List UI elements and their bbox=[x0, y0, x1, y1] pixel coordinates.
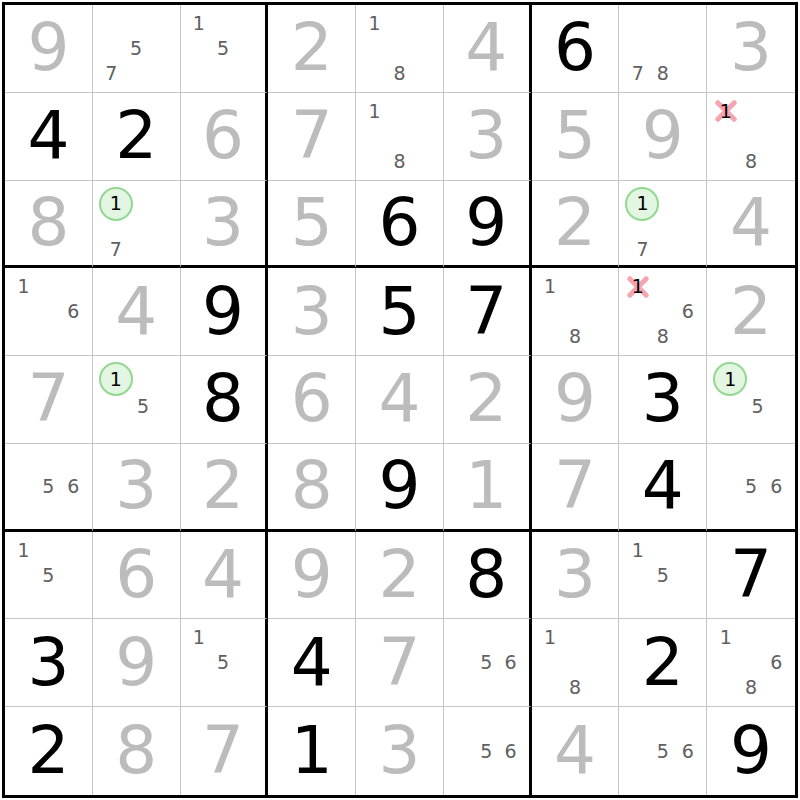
cell-r5c8[interactable]: 3 bbox=[619, 356, 707, 444]
cell-digit-black: 6 bbox=[532, 5, 619, 92]
candidate-digit: 6 bbox=[67, 477, 79, 496]
cell-r3c4[interactable]: 5 bbox=[268, 181, 356, 269]
candidate-digit: 6 bbox=[770, 477, 782, 496]
placement-circle-icon: 1 bbox=[99, 187, 133, 221]
cell-digit-black: 9 bbox=[707, 707, 795, 795]
candidate-digit: 1 bbox=[544, 277, 556, 296]
candidate-digit: 8 bbox=[657, 64, 669, 83]
candidate-digit: 5 bbox=[130, 39, 142, 58]
cell-r8c9[interactable]: 168 bbox=[707, 619, 795, 707]
candidate-5: 5 bbox=[124, 36, 149, 61]
sudoku-board: 9571521846783426718359188173569217416493… bbox=[2, 2, 798, 798]
candidate-digit: 5 bbox=[657, 566, 669, 585]
cell-digit-black: 8 bbox=[444, 532, 529, 619]
cell-r5c2[interactable]: 15 bbox=[93, 356, 181, 444]
cell-r1c3[interactable]: 15 bbox=[181, 5, 269, 93]
cell-digit-gray: 2 bbox=[707, 268, 795, 355]
cell-digit-gray: 8 bbox=[268, 444, 355, 529]
placement-circle-icon: 1 bbox=[625, 187, 659, 221]
candidate-1-placement-circle: 1 bbox=[713, 362, 747, 396]
cell-digit-black: 4 bbox=[619, 444, 706, 529]
cell-r9c1[interactable]: 2 bbox=[5, 707, 93, 795]
candidate-5: 5 bbox=[650, 738, 675, 763]
cell-r3c2[interactable]: 17 bbox=[93, 181, 181, 269]
candidate-1-elimination-cross: 1 bbox=[713, 99, 738, 124]
cell-r7c3[interactable]: 4 bbox=[181, 532, 269, 620]
cell-digit-gray: 6 bbox=[268, 356, 355, 443]
candidate-digit: 7 bbox=[632, 64, 644, 83]
candidate-digit: 5 bbox=[745, 477, 757, 496]
candidate-digit: 6 bbox=[682, 742, 694, 761]
cell-r1c6[interactable]: 4 bbox=[444, 5, 532, 93]
candidate-7: 7 bbox=[99, 61, 124, 86]
cell-r4c6[interactable]: 7 bbox=[444, 268, 532, 356]
cell-digit-gray: 4 bbox=[444, 5, 529, 92]
candidate-grid: 56 bbox=[5, 444, 92, 529]
candidate-digit: 1 bbox=[720, 102, 732, 121]
cell-r2c2[interactable]: 2 bbox=[93, 93, 181, 181]
cell-r8c5[interactable]: 7 bbox=[356, 619, 444, 707]
cell-r5c9[interactable]: 15 bbox=[707, 356, 795, 444]
cell-r9c2[interactable]: 8 bbox=[93, 707, 181, 795]
cell-digit-black: 9 bbox=[356, 444, 443, 529]
cell-digit-gray: 4 bbox=[181, 532, 266, 619]
candidate-grid: 17 bbox=[619, 181, 706, 266]
cell-r6c7[interactable]: 7 bbox=[532, 444, 620, 532]
candidate-digit: 5 bbox=[480, 653, 492, 672]
candidate-digit: 5 bbox=[137, 397, 149, 416]
cell-digit-black: 6 bbox=[356, 181, 443, 266]
candidate-8: 8 bbox=[738, 149, 763, 174]
cell-r4c1[interactable]: 16 bbox=[5, 268, 93, 356]
cell-digit-gray: 5 bbox=[268, 181, 355, 266]
candidate-1: 1 bbox=[11, 538, 36, 563]
candidate-6: 6 bbox=[675, 738, 700, 763]
candidate-5: 5 bbox=[650, 563, 675, 588]
cell-digit-black: 3 bbox=[619, 356, 706, 443]
candidate-digit: 8 bbox=[745, 678, 757, 697]
candidate-grid: 15 bbox=[93, 356, 180, 443]
candidate-digit: 7 bbox=[636, 240, 648, 259]
candidate-6: 6 bbox=[498, 738, 522, 763]
candidate-digit: 7 bbox=[110, 240, 122, 259]
candidate-digit: 1 bbox=[193, 628, 205, 647]
candidate-digit: 1 bbox=[632, 277, 644, 296]
cell-digit-gray: 3 bbox=[93, 444, 180, 529]
candidate-grid: 57 bbox=[93, 5, 180, 92]
candidate-1-placement-circle: 1 bbox=[99, 362, 133, 396]
candidate-6: 6 bbox=[61, 299, 86, 324]
cell-r2c9[interactable]: 18 bbox=[707, 93, 795, 181]
candidate-1-placement-circle: 1 bbox=[625, 187, 659, 221]
candidate-digit: 1 bbox=[193, 14, 205, 33]
cell-r1c5[interactable]: 18 bbox=[356, 5, 444, 93]
candidate-1: 1 bbox=[11, 274, 36, 299]
candidate-digit: 6 bbox=[504, 653, 516, 672]
cell-r7c5[interactable]: 2 bbox=[356, 532, 444, 620]
candidate-grid: 16 bbox=[5, 268, 92, 355]
cell-r6c2[interactable]: 3 bbox=[93, 444, 181, 532]
cell-digit-gray: 7 bbox=[356, 619, 443, 706]
candidate-digit: 8 bbox=[657, 327, 669, 346]
cell-digit-gray: 9 bbox=[532, 356, 619, 443]
cell-r4c2[interactable]: 4 bbox=[93, 268, 181, 356]
cell-r8c4[interactable]: 4 bbox=[268, 619, 356, 707]
cell-digit-gray: 4 bbox=[532, 707, 619, 795]
candidate-8: 8 bbox=[387, 61, 412, 86]
cell-r2c1[interactable]: 4 bbox=[5, 93, 93, 181]
candidate-grid: 56 bbox=[444, 619, 529, 706]
cell-digit-gray: 9 bbox=[268, 532, 355, 619]
cell-r6c8[interactable]: 4 bbox=[619, 444, 707, 532]
cell-r5c3[interactable]: 8 bbox=[181, 356, 269, 444]
cell-r9c4[interactable]: 1 bbox=[268, 707, 356, 795]
cell-digit-black: 4 bbox=[5, 93, 92, 180]
candidate-8: 8 bbox=[650, 324, 675, 349]
cell-r4c3[interactable]: 9 bbox=[181, 268, 269, 356]
candidate-digit: 7 bbox=[105, 64, 117, 83]
candidate-5: 5 bbox=[133, 396, 153, 416]
candidate-1-elimination-cross: 1 bbox=[625, 274, 650, 299]
cell-r5c7[interactable]: 9 bbox=[532, 356, 620, 444]
candidate-digit: 5 bbox=[657, 742, 669, 761]
candidate-1: 1 bbox=[538, 625, 563, 650]
cell-r4c8[interactable]: 168 bbox=[619, 268, 707, 356]
candidate-grid: 18 bbox=[707, 93, 795, 180]
cell-r7c9[interactable]: 7 bbox=[707, 532, 795, 620]
cell-r2c6[interactable]: 3 bbox=[444, 93, 532, 181]
cell-r9c7[interactable]: 4 bbox=[532, 707, 620, 795]
candidate-digit: 1 bbox=[724, 370, 736, 389]
candidate-5: 5 bbox=[474, 738, 498, 763]
candidate-6: 6 bbox=[764, 650, 789, 675]
candidate-5: 5 bbox=[211, 650, 235, 675]
candidate-digit: 1 bbox=[369, 102, 381, 121]
cell-r6c3[interactable]: 2 bbox=[181, 444, 269, 532]
cell-digit-gray: 6 bbox=[181, 93, 266, 180]
candidate-grid: 15 bbox=[181, 619, 266, 706]
candidate-digit: 1 bbox=[369, 14, 381, 33]
cell-r4c7[interactable]: 18 bbox=[532, 268, 620, 356]
cell-digit-gray: 7 bbox=[181, 707, 266, 795]
candidate-digit: 5 bbox=[42, 566, 54, 585]
candidate-grid: 168 bbox=[619, 268, 706, 355]
candidate-1: 1 bbox=[362, 99, 387, 124]
cell-r8c6[interactable]: 56 bbox=[444, 619, 532, 707]
cell-r2c8[interactable]: 9 bbox=[619, 93, 707, 181]
cell-digit-black: 1 bbox=[268, 707, 355, 795]
candidate-1: 1 bbox=[625, 538, 650, 563]
candidate-digit: 6 bbox=[67, 302, 79, 321]
cell-r9c5[interactable]: 3 bbox=[356, 707, 444, 795]
cell-digit-gray: 5 bbox=[532, 93, 619, 180]
cell-digit-black: 2 bbox=[5, 707, 92, 795]
cell-digit-black: 8 bbox=[181, 356, 266, 443]
cell-digit-gray: 7 bbox=[268, 93, 355, 180]
cell-digit-black: 4 bbox=[268, 619, 355, 706]
cell-r8c1[interactable]: 3 bbox=[5, 619, 93, 707]
candidate-grid: 168 bbox=[707, 619, 795, 706]
candidate-grid: 18 bbox=[356, 93, 443, 180]
cell-r5c5[interactable]: 4 bbox=[356, 356, 444, 444]
candidate-digit: 1 bbox=[110, 194, 122, 213]
candidate-7: 7 bbox=[99, 240, 133, 259]
cell-r3c3[interactable]: 3 bbox=[181, 181, 269, 269]
candidate-1: 1 bbox=[187, 625, 211, 650]
cell-r2c3[interactable]: 6 bbox=[181, 93, 269, 181]
cell-digit-gray: 8 bbox=[5, 181, 92, 266]
cell-r8c7[interactable]: 18 bbox=[532, 619, 620, 707]
cell-r6c6[interactable]: 1 bbox=[444, 444, 532, 532]
placement-circle-icon: 1 bbox=[713, 362, 747, 396]
candidate-digit: 1 bbox=[110, 370, 122, 389]
cell-r4c9[interactable]: 2 bbox=[707, 268, 795, 356]
cell-digit-gray: 4 bbox=[356, 356, 443, 443]
candidate-8: 8 bbox=[387, 149, 412, 174]
cell-r6c9[interactable]: 56 bbox=[707, 444, 795, 532]
candidate-5: 5 bbox=[747, 396, 768, 416]
cell-r3c7[interactable]: 2 bbox=[532, 181, 620, 269]
candidate-grid: 15 bbox=[619, 532, 706, 619]
cell-r1c8[interactable]: 78 bbox=[619, 5, 707, 93]
candidate-digit: 1 bbox=[720, 628, 732, 647]
cell-r7c2[interactable]: 6 bbox=[93, 532, 181, 620]
candidate-6: 6 bbox=[498, 650, 522, 675]
candidate-grid: 78 bbox=[619, 5, 706, 92]
candidate-5: 5 bbox=[474, 650, 498, 675]
cell-digit-gray: 9 bbox=[93, 619, 180, 706]
cell-digit-gray: 3 bbox=[181, 181, 266, 266]
candidate-digit: 8 bbox=[569, 327, 581, 346]
candidate-grid: 18 bbox=[532, 268, 619, 355]
candidate-digit: 5 bbox=[217, 39, 229, 58]
cell-r8c3[interactable]: 15 bbox=[181, 619, 269, 707]
cell-digit-gray: 2 bbox=[532, 181, 619, 266]
cell-digit-gray: 1 bbox=[444, 444, 529, 529]
cell-r1c1[interactable]: 9 bbox=[5, 5, 93, 93]
cell-r1c7[interactable]: 6 bbox=[532, 5, 620, 93]
candidate-6: 6 bbox=[675, 299, 700, 324]
candidate-8: 8 bbox=[563, 324, 588, 349]
cell-digit-gray: 3 bbox=[268, 268, 355, 355]
candidate-5: 5 bbox=[36, 563, 61, 588]
candidate-digit: 6 bbox=[682, 302, 694, 321]
cell-r7c4[interactable]: 9 bbox=[268, 532, 356, 620]
candidate-1-placement-circle: 1 bbox=[99, 187, 133, 221]
candidate-digit: 1 bbox=[636, 194, 648, 213]
cell-digit-black: 3 bbox=[5, 619, 92, 706]
candidate-digit: 8 bbox=[745, 152, 757, 171]
candidate-digit: 8 bbox=[393, 152, 405, 171]
cell-r4c4[interactable]: 3 bbox=[268, 268, 356, 356]
candidate-1: 1 bbox=[362, 11, 387, 36]
cell-digit-black: 2 bbox=[93, 93, 180, 180]
cell-digit-black: 9 bbox=[181, 268, 266, 355]
candidate-1: 1 bbox=[538, 274, 563, 299]
cell-r5c1[interactable]: 7 bbox=[5, 356, 93, 444]
cell-r2c5[interactable]: 18 bbox=[356, 93, 444, 181]
candidate-5: 5 bbox=[36, 474, 61, 498]
candidate-digit: 5 bbox=[42, 477, 54, 496]
cell-r7c6[interactable]: 8 bbox=[444, 532, 532, 620]
cell-r3c5[interactable]: 6 bbox=[356, 181, 444, 269]
candidate-digit: 5 bbox=[480, 742, 492, 761]
cell-r3c8[interactable]: 17 bbox=[619, 181, 707, 269]
candidate-8: 8 bbox=[738, 675, 763, 700]
cell-digit-gray: 2 bbox=[268, 5, 355, 92]
cell-r2c7[interactable]: 5 bbox=[532, 93, 620, 181]
cell-digit-gray: 6 bbox=[93, 532, 180, 619]
candidate-5: 5 bbox=[211, 36, 235, 61]
cell-digit-gray: 2 bbox=[356, 532, 443, 619]
candidate-7: 7 bbox=[625, 240, 659, 259]
cell-r1c2[interactable]: 57 bbox=[93, 5, 181, 93]
candidate-digit: 6 bbox=[504, 742, 516, 761]
cell-digit-black: 5 bbox=[356, 268, 443, 355]
cell-r9c6[interactable]: 56 bbox=[444, 707, 532, 795]
candidate-digit: 8 bbox=[569, 678, 581, 697]
candidate-digit: 1 bbox=[632, 541, 644, 560]
cell-r4c5[interactable]: 5 bbox=[356, 268, 444, 356]
candidate-digit: 5 bbox=[217, 653, 229, 672]
cell-digit-gray: 3 bbox=[532, 532, 619, 619]
placement-circle-icon: 1 bbox=[99, 362, 133, 396]
cell-r3c9[interactable]: 4 bbox=[707, 181, 795, 269]
cell-digit-gray: 2 bbox=[444, 356, 529, 443]
cell-r5c6[interactable]: 2 bbox=[444, 356, 532, 444]
cell-digit-gray: 3 bbox=[444, 93, 529, 180]
candidate-digit: 1 bbox=[17, 277, 29, 296]
cell-r7c7[interactable]: 3 bbox=[532, 532, 620, 620]
cell-r9c8[interactable]: 56 bbox=[619, 707, 707, 795]
cell-r3c1[interactable]: 8 bbox=[5, 181, 93, 269]
cell-digit-gray: 4 bbox=[707, 181, 795, 266]
sudoku-app: 9571521846783426718359188173569217416493… bbox=[0, 0, 800, 800]
cell-digit-gray: 2 bbox=[181, 444, 266, 529]
cell-digit-gray: 4 bbox=[93, 268, 180, 355]
candidate-8: 8 bbox=[650, 61, 675, 86]
cell-digit-gray: 8 bbox=[93, 707, 180, 795]
candidate-grid: 56 bbox=[444, 707, 529, 795]
cell-r9c9[interactable]: 9 bbox=[707, 707, 795, 795]
cell-r5c4[interactable]: 6 bbox=[268, 356, 356, 444]
cell-r2c4[interactable]: 7 bbox=[268, 93, 356, 181]
candidate-7: 7 bbox=[625, 61, 650, 86]
candidate-8: 8 bbox=[563, 675, 588, 700]
cell-r1c9[interactable]: 3 bbox=[707, 5, 795, 93]
candidate-digit: 6 bbox=[770, 653, 782, 672]
cell-digit-gray: 7 bbox=[532, 444, 619, 529]
cell-r6c5[interactable]: 9 bbox=[356, 444, 444, 532]
cell-digit-black: 7 bbox=[707, 532, 795, 619]
candidate-6: 6 bbox=[764, 474, 789, 498]
cell-digit-gray: 3 bbox=[356, 707, 443, 795]
cell-r9c3[interactable]: 7 bbox=[181, 707, 269, 795]
cell-digit-black: 7 bbox=[444, 268, 529, 355]
candidate-digit: 8 bbox=[393, 64, 405, 83]
cell-r7c8[interactable]: 15 bbox=[619, 532, 707, 620]
cell-r3c6[interactable]: 9 bbox=[444, 181, 532, 269]
candidate-grid: 56 bbox=[707, 444, 795, 529]
cell-digit-black: 9 bbox=[444, 181, 529, 266]
candidate-grid: 15 bbox=[707, 356, 795, 443]
cell-r8c8[interactable]: 2 bbox=[619, 619, 707, 707]
cell-r6c1[interactable]: 56 bbox=[5, 444, 93, 532]
candidate-grid: 18 bbox=[532, 619, 619, 706]
candidate-1: 1 bbox=[187, 11, 211, 36]
cell-r8c2[interactable]: 9 bbox=[93, 619, 181, 707]
cell-digit-gray: 7 bbox=[5, 356, 92, 443]
cell-digit-black: 2 bbox=[619, 619, 706, 706]
candidate-grid: 18 bbox=[356, 5, 443, 92]
cell-digit-gray: 9 bbox=[619, 93, 706, 180]
candidate-digit: 1 bbox=[17, 541, 29, 560]
cell-r1c4[interactable]: 2 bbox=[268, 5, 356, 93]
candidate-6: 6 bbox=[61, 474, 86, 498]
cell-r7c1[interactable]: 15 bbox=[5, 532, 93, 620]
candidate-digit: 5 bbox=[752, 397, 764, 416]
candidate-5: 5 bbox=[738, 474, 763, 498]
candidate-1: 1 bbox=[713, 625, 738, 650]
candidate-grid: 56 bbox=[619, 707, 706, 795]
cell-r6c4[interactable]: 8 bbox=[268, 444, 356, 532]
candidate-grid: 15 bbox=[5, 532, 92, 619]
cell-digit-gray: 3 bbox=[707, 5, 795, 92]
candidate-grid: 15 bbox=[181, 5, 266, 92]
candidate-digit: 1 bbox=[544, 628, 556, 647]
candidate-grid: 17 bbox=[93, 181, 180, 266]
cell-digit-gray: 9 bbox=[5, 5, 92, 92]
